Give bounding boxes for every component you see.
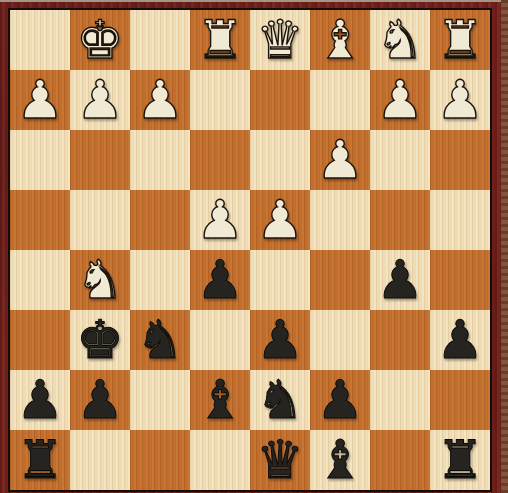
white-pawn[interactable]: ♟	[16, 73, 64, 126]
square-f4[interactable]	[130, 190, 190, 250]
square-e7[interactable]: ♝	[190, 370, 250, 430]
square-a6[interactable]: ♟	[430, 310, 490, 370]
square-c6[interactable]	[310, 310, 370, 370]
square-e3[interactable]	[190, 130, 250, 190]
square-b2[interactable]: ♟	[370, 70, 430, 130]
square-g3[interactable]	[70, 130, 130, 190]
square-c8[interactable]: ♝	[310, 430, 370, 490]
square-c7[interactable]: ♟	[310, 370, 370, 430]
square-e5[interactable]: ♟	[190, 250, 250, 310]
white-rook[interactable]: ♜	[196, 13, 244, 66]
square-d3[interactable]	[250, 130, 310, 190]
square-b5[interactable]: ♟	[370, 250, 430, 310]
square-f7[interactable]	[130, 370, 190, 430]
square-h6[interactable]	[10, 310, 70, 370]
square-g6[interactable]: ♚	[70, 310, 130, 370]
square-h4[interactable]	[10, 190, 70, 250]
square-e2[interactable]	[190, 70, 250, 130]
white-pawn[interactable]: ♟	[376, 73, 424, 126]
square-g2[interactable]: ♟	[70, 70, 130, 130]
square-h8[interactable]: ♜	[10, 430, 70, 490]
square-h3[interactable]	[10, 130, 70, 190]
white-king[interactable]: ♚	[76, 13, 124, 66]
white-knight[interactable]: ♞	[76, 253, 124, 306]
square-c1[interactable]: ♝	[310, 10, 370, 70]
square-g1[interactable]: ♚	[70, 10, 130, 70]
square-e4[interactable]: ♟	[190, 190, 250, 250]
black-pawn[interactable]: ♟	[16, 373, 64, 426]
square-g8[interactable]	[70, 430, 130, 490]
square-b8[interactable]	[370, 430, 430, 490]
white-knight[interactable]: ♞	[376, 13, 424, 66]
white-pawn[interactable]: ♟	[436, 73, 484, 126]
square-b6[interactable]	[370, 310, 430, 370]
square-g5[interactable]: ♞	[70, 250, 130, 310]
square-f1[interactable]	[130, 10, 190, 70]
square-a2[interactable]: ♟	[430, 70, 490, 130]
white-pawn[interactable]: ♟	[316, 133, 364, 186]
square-f8[interactable]	[130, 430, 190, 490]
square-f5[interactable]	[130, 250, 190, 310]
black-pawn[interactable]: ♟	[376, 253, 424, 306]
square-c5[interactable]	[310, 250, 370, 310]
square-a1[interactable]: ♜	[430, 10, 490, 70]
black-pawn[interactable]: ♟	[436, 313, 484, 366]
white-pawn[interactable]: ♟	[196, 193, 244, 246]
white-pawn[interactable]: ♟	[76, 73, 124, 126]
square-d4[interactable]: ♟	[250, 190, 310, 250]
square-e8[interactable]	[190, 430, 250, 490]
black-knight[interactable]: ♞	[136, 313, 184, 366]
square-f2[interactable]: ♟	[130, 70, 190, 130]
black-bishop[interactable]: ♝	[316, 433, 364, 486]
black-knight[interactable]: ♞	[256, 373, 304, 426]
square-c4[interactable]	[310, 190, 370, 250]
chess-board-screenshot: ♚♜♛♝♞♜♟♟♟♟♟♟♟♟♞♟♟♚♞♟♟♟♟♝♞♟♜♛♝♜	[0, 0, 508, 493]
black-bishop[interactable]: ♝	[196, 373, 244, 426]
chess-board: ♚♜♛♝♞♜♟♟♟♟♟♟♟♟♞♟♟♚♞♟♟♟♟♝♞♟♜♛♝♜	[10, 10, 490, 490]
black-queen[interactable]: ♛	[256, 433, 304, 486]
black-pawn[interactable]: ♟	[76, 373, 124, 426]
square-a5[interactable]	[430, 250, 490, 310]
black-pawn[interactable]: ♟	[316, 373, 364, 426]
square-e6[interactable]	[190, 310, 250, 370]
square-h2[interactable]: ♟	[10, 70, 70, 130]
square-g7[interactable]: ♟	[70, 370, 130, 430]
white-pawn[interactable]: ♟	[136, 73, 184, 126]
square-f6[interactable]: ♞	[130, 310, 190, 370]
square-f3[interactable]	[130, 130, 190, 190]
square-a4[interactable]	[430, 190, 490, 250]
square-b1[interactable]: ♞	[370, 10, 430, 70]
square-e1[interactable]: ♜	[190, 10, 250, 70]
square-d5[interactable]	[250, 250, 310, 310]
square-h7[interactable]: ♟	[10, 370, 70, 430]
square-d1[interactable]: ♛	[250, 10, 310, 70]
square-h1[interactable]	[10, 10, 70, 70]
frame-right-edge	[501, 0, 508, 493]
white-pawn[interactable]: ♟	[256, 193, 304, 246]
square-c2[interactable]	[310, 70, 370, 130]
white-rook[interactable]: ♜	[436, 13, 484, 66]
black-king[interactable]: ♚	[76, 313, 124, 366]
square-d8[interactable]: ♛	[250, 430, 310, 490]
square-c3[interactable]: ♟	[310, 130, 370, 190]
square-a7[interactable]	[430, 370, 490, 430]
square-d2[interactable]	[250, 70, 310, 130]
black-rook[interactable]: ♜	[16, 433, 64, 486]
white-bishop[interactable]: ♝	[316, 13, 364, 66]
square-d7[interactable]: ♞	[250, 370, 310, 430]
square-b3[interactable]	[370, 130, 430, 190]
black-pawn[interactable]: ♟	[256, 313, 304, 366]
square-a3[interactable]	[430, 130, 490, 190]
square-d6[interactable]: ♟	[250, 310, 310, 370]
square-b4[interactable]	[370, 190, 430, 250]
frame-top-highlight	[0, 0, 508, 2]
square-b7[interactable]	[370, 370, 430, 430]
white-queen[interactable]: ♛	[256, 13, 304, 66]
black-pawn[interactable]: ♟	[196, 253, 244, 306]
black-rook[interactable]: ♜	[436, 433, 484, 486]
square-h5[interactable]	[10, 250, 70, 310]
square-a8[interactable]: ♜	[430, 430, 490, 490]
square-g4[interactable]	[70, 190, 130, 250]
